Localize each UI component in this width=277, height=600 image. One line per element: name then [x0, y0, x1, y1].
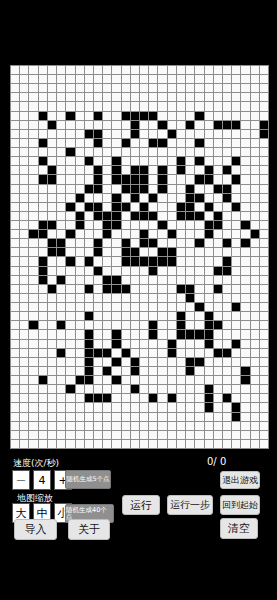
- cell-r20c18[interactable]: [177, 248, 185, 256]
- cell-r14c8[interactable]: [85, 194, 93, 202]
- cell-r6c7[interactable]: [76, 121, 84, 129]
- cell-r20c0[interactable]: [11, 248, 19, 256]
- cell-r31c8[interactable]: [85, 349, 93, 357]
- cell-r24c13[interactable]: [131, 285, 139, 293]
- cell-r6c3[interactable]: [39, 121, 47, 129]
- cell-r12c16[interactable]: [158, 175, 166, 183]
- cell-r24c21[interactable]: [205, 285, 213, 293]
- cell-r33c23[interactable]: [223, 367, 231, 375]
- cell-r33c24[interactable]: [232, 367, 240, 375]
- cell-r36c9[interactable]: [94, 394, 102, 402]
- cell-r28c15[interactable]: [149, 321, 157, 329]
- cell-r22c14[interactable]: [140, 267, 148, 275]
- cell-r31c27[interactable]: [260, 349, 268, 357]
- cell-r17c25[interactable]: [241, 221, 249, 229]
- cell-r26c18[interactable]: [177, 303, 185, 311]
- cell-r22c15[interactable]: [149, 267, 157, 275]
- cell-r32c17[interactable]: [168, 358, 176, 366]
- cell-r1c21[interactable]: [205, 75, 213, 83]
- cell-r31c6[interactable]: [66, 349, 74, 357]
- cell-r6c17[interactable]: [168, 121, 176, 129]
- exit-game-button[interactable]: 退出游戏: [220, 471, 260, 489]
- cell-r24c17[interactable]: [168, 285, 176, 293]
- cell-r39c4[interactable]: [48, 422, 56, 430]
- cell-r25c3[interactable]: [39, 294, 47, 302]
- cell-r17c4[interactable]: [48, 221, 56, 229]
- cell-r4c19[interactable]: [186, 102, 194, 110]
- cell-r19c18[interactable]: [177, 239, 185, 247]
- cell-r37c15[interactable]: [149, 403, 157, 411]
- cell-r27c22[interactable]: [214, 312, 222, 320]
- cell-r36c26[interactable]: [251, 394, 259, 402]
- cell-r35c22[interactable]: [214, 385, 222, 393]
- cell-r40c16[interactable]: [158, 431, 166, 439]
- cell-r18c8[interactable]: [85, 230, 93, 238]
- cell-r35c11[interactable]: [112, 385, 120, 393]
- cell-r37c26[interactable]: [251, 403, 259, 411]
- cell-r8c20[interactable]: [195, 139, 203, 147]
- cell-r1c18[interactable]: [177, 75, 185, 83]
- cell-r13c1[interactable]: [20, 185, 28, 193]
- cell-r24c23[interactable]: [223, 285, 231, 293]
- cell-r5c8[interactable]: [85, 112, 93, 120]
- cell-r34c21[interactable]: [205, 376, 213, 384]
- cell-r24c6[interactable]: [66, 285, 74, 293]
- cell-r34c8[interactable]: [85, 376, 93, 384]
- cell-r24c19[interactable]: [186, 285, 194, 293]
- cell-r4c11[interactable]: [112, 102, 120, 110]
- cell-r25c26[interactable]: [251, 294, 259, 302]
- cell-r35c17[interactable]: [168, 385, 176, 393]
- cell-r16c10[interactable]: [103, 212, 111, 220]
- cell-r25c16[interactable]: [158, 294, 166, 302]
- cell-r23c22[interactable]: [214, 276, 222, 284]
- cell-r19c4[interactable]: [48, 239, 56, 247]
- cell-r38c2[interactable]: [29, 413, 37, 421]
- cell-r31c18[interactable]: [177, 349, 185, 357]
- cell-r14c17[interactable]: [168, 194, 176, 202]
- cell-r4c23[interactable]: [223, 102, 231, 110]
- cell-r3c2[interactable]: [29, 93, 37, 101]
- cell-r30c19[interactable]: [186, 340, 194, 348]
- cell-r2c14[interactable]: [140, 84, 148, 92]
- cell-r18c19[interactable]: [186, 230, 194, 238]
- cell-r17c8[interactable]: [85, 221, 93, 229]
- cell-r12c21[interactable]: [205, 175, 213, 183]
- cell-r22c3[interactable]: [39, 267, 47, 275]
- cell-r6c11[interactable]: [112, 121, 120, 129]
- cell-r2c9[interactable]: [94, 84, 102, 92]
- cell-r18c16[interactable]: [158, 230, 166, 238]
- cell-r40c27[interactable]: [260, 431, 268, 439]
- cell-r23c18[interactable]: [177, 276, 185, 284]
- cell-r23c24[interactable]: [232, 276, 240, 284]
- cell-r25c21[interactable]: [205, 294, 213, 302]
- cell-r11c21[interactable]: [205, 166, 213, 174]
- cell-r11c14[interactable]: [140, 166, 148, 174]
- cell-r34c27[interactable]: [260, 376, 268, 384]
- cell-r28c21[interactable]: [205, 321, 213, 329]
- cell-r3c22[interactable]: [214, 93, 222, 101]
- cell-r24c3[interactable]: [39, 285, 47, 293]
- cell-r27c9[interactable]: [94, 312, 102, 320]
- cell-r7c8[interactable]: [85, 130, 93, 138]
- cell-r15c10[interactable]: [103, 203, 111, 211]
- cell-r15c2[interactable]: [29, 203, 37, 211]
- cell-r16c11[interactable]: [112, 212, 120, 220]
- cell-r2c23[interactable]: [223, 84, 231, 92]
- cell-r0c5[interactable]: [57, 66, 65, 74]
- cell-r27c16[interactable]: [158, 312, 166, 320]
- cell-r25c4[interactable]: [48, 294, 56, 302]
- cell-r27c18[interactable]: [177, 312, 185, 320]
- cell-r32c15[interactable]: [149, 358, 157, 366]
- cell-r29c11[interactable]: [112, 330, 120, 338]
- cell-r28c8[interactable]: [85, 321, 93, 329]
- cell-r1c17[interactable]: [168, 75, 176, 83]
- cell-r21c24[interactable]: [232, 257, 240, 265]
- cell-r35c14[interactable]: [140, 385, 148, 393]
- cell-r18c7[interactable]: [76, 230, 84, 238]
- cell-r9c6[interactable]: [66, 148, 74, 156]
- cell-r12c22[interactable]: [214, 175, 222, 183]
- cell-r17c7[interactable]: [76, 221, 84, 229]
- cell-r38c10[interactable]: [103, 413, 111, 421]
- cell-r27c1[interactable]: [20, 312, 28, 320]
- cell-r29c2[interactable]: [29, 330, 37, 338]
- cell-r4c27[interactable]: [260, 102, 268, 110]
- cell-r7c6[interactable]: [66, 130, 74, 138]
- cell-r34c15[interactable]: [149, 376, 157, 384]
- cell-r4c16[interactable]: [158, 102, 166, 110]
- cell-r9c24[interactable]: [232, 148, 240, 156]
- cell-r35c23[interactable]: [223, 385, 231, 393]
- cell-r28c2[interactable]: [29, 321, 37, 329]
- cell-r39c15[interactable]: [149, 422, 157, 430]
- cell-r27c25[interactable]: [241, 312, 249, 320]
- cell-r16c1[interactable]: [20, 212, 28, 220]
- cell-r23c12[interactable]: [122, 276, 130, 284]
- cell-r39c14[interactable]: [140, 422, 148, 430]
- cell-r20c9[interactable]: [94, 248, 102, 256]
- cell-r8c1[interactable]: [20, 139, 28, 147]
- cell-r34c10[interactable]: [103, 376, 111, 384]
- cell-r15c21[interactable]: [205, 203, 213, 211]
- cell-r0c8[interactable]: [85, 66, 93, 74]
- back-to-start-button[interactable]: 回到起始: [220, 495, 260, 515]
- cell-r10c18[interactable]: [177, 157, 185, 165]
- cell-r39c19[interactable]: [186, 422, 194, 430]
- cell-r9c9[interactable]: [94, 148, 102, 156]
- cell-r1c12[interactable]: [122, 75, 130, 83]
- cell-r5c5[interactable]: [57, 112, 65, 120]
- cell-r17c6[interactable]: [66, 221, 74, 229]
- cell-r6c27[interactable]: [260, 121, 268, 129]
- cell-r34c2[interactable]: [29, 376, 37, 384]
- cell-r25c19[interactable]: [186, 294, 194, 302]
- cell-r20c26[interactable]: [251, 248, 259, 256]
- cell-r12c7[interactable]: [76, 175, 84, 183]
- cell-r4c8[interactable]: [85, 102, 93, 110]
- cell-r20c4[interactable]: [48, 248, 56, 256]
- cell-r36c5[interactable]: [57, 394, 65, 402]
- cell-r19c10[interactable]: [103, 239, 111, 247]
- cell-r33c9[interactable]: [94, 367, 102, 375]
- cell-r17c15[interactable]: [149, 221, 157, 229]
- cell-r10c7[interactable]: [76, 157, 84, 165]
- cell-r23c11[interactable]: [112, 276, 120, 284]
- cell-r32c4[interactable]: [48, 358, 56, 366]
- cell-r9c12[interactable]: [122, 148, 130, 156]
- cell-r0c24[interactable]: [232, 66, 240, 74]
- cell-r3c9[interactable]: [94, 93, 102, 101]
- cell-r27c2[interactable]: [29, 312, 37, 320]
- cell-r34c7[interactable]: [76, 376, 84, 384]
- cell-r35c18[interactable]: [177, 385, 185, 393]
- cell-r26c23[interactable]: [223, 303, 231, 311]
- cell-r37c3[interactable]: [39, 403, 47, 411]
- cell-r19c27[interactable]: [260, 239, 268, 247]
- cell-r1c20[interactable]: [195, 75, 203, 83]
- cell-r11c23[interactable]: [223, 166, 231, 174]
- cell-r9c11[interactable]: [112, 148, 120, 156]
- cell-r8c18[interactable]: [177, 139, 185, 147]
- cell-r10c23[interactable]: [223, 157, 231, 165]
- cell-r39c13[interactable]: [131, 422, 139, 430]
- cell-r38c16[interactable]: [158, 413, 166, 421]
- cell-r21c18[interactable]: [177, 257, 185, 265]
- cell-r31c17[interactable]: [168, 349, 176, 357]
- cell-r5c27[interactable]: [260, 112, 268, 120]
- cell-r5c24[interactable]: [232, 112, 240, 120]
- cell-r0c21[interactable]: [205, 66, 213, 74]
- cell-r13c6[interactable]: [66, 185, 74, 193]
- cell-r31c21[interactable]: [205, 349, 213, 357]
- cell-r35c10[interactable]: [103, 385, 111, 393]
- cell-r3c27[interactable]: [260, 93, 268, 101]
- cell-r29c4[interactable]: [48, 330, 56, 338]
- cell-r30c25[interactable]: [241, 340, 249, 348]
- cell-r38c0[interactable]: [11, 413, 19, 421]
- cell-r0c4[interactable]: [48, 66, 56, 74]
- cell-r22c7[interactable]: [76, 267, 84, 275]
- cell-r4c21[interactable]: [205, 102, 213, 110]
- cell-r13c24[interactable]: [232, 185, 240, 193]
- import-button[interactable]: 导入: [14, 519, 57, 540]
- cell-r2c0[interactable]: [11, 84, 19, 92]
- cell-r15c0[interactable]: [11, 203, 19, 211]
- cell-r32c7[interactable]: [76, 358, 84, 366]
- cell-r15c14[interactable]: [140, 203, 148, 211]
- cell-r28c4[interactable]: [48, 321, 56, 329]
- cell-r40c25[interactable]: [241, 431, 249, 439]
- cell-r7c16[interactable]: [158, 130, 166, 138]
- cell-r17c14[interactable]: [140, 221, 148, 229]
- cell-r33c25[interactable]: [241, 367, 249, 375]
- cell-r28c14[interactable]: [140, 321, 148, 329]
- cell-r24c16[interactable]: [158, 285, 166, 293]
- cell-r11c25[interactable]: [241, 166, 249, 174]
- cell-r24c18[interactable]: [177, 285, 185, 293]
- cell-r9c4[interactable]: [48, 148, 56, 156]
- run-one-step-button[interactable]: 运行一步: [167, 495, 213, 515]
- cell-r30c20[interactable]: [195, 340, 203, 348]
- cell-r5c13[interactable]: [131, 112, 139, 120]
- cell-r19c17[interactable]: [168, 239, 176, 247]
- cell-r29c13[interactable]: [131, 330, 139, 338]
- cell-r7c19[interactable]: [186, 130, 194, 138]
- cell-r24c11[interactable]: [112, 285, 120, 293]
- cell-r1c14[interactable]: [140, 75, 148, 83]
- cell-r36c14[interactable]: [140, 394, 148, 402]
- cell-r6c14[interactable]: [140, 121, 148, 129]
- cell-r17c0[interactable]: [11, 221, 19, 229]
- cell-r26c6[interactable]: [66, 303, 74, 311]
- cell-r6c15[interactable]: [149, 121, 157, 129]
- cell-r7c23[interactable]: [223, 130, 231, 138]
- cell-r1c1[interactable]: [20, 75, 28, 83]
- cell-r23c9[interactable]: [94, 276, 102, 284]
- cell-r23c14[interactable]: [140, 276, 148, 284]
- cell-r20c5[interactable]: [57, 248, 65, 256]
- cell-r13c14[interactable]: [140, 185, 148, 193]
- cell-r37c12[interactable]: [122, 403, 130, 411]
- cell-r40c14[interactable]: [140, 431, 148, 439]
- cell-r10c11[interactable]: [112, 157, 120, 165]
- cell-r17c20[interactable]: [195, 221, 203, 229]
- cell-r14c11[interactable]: [112, 194, 120, 202]
- cell-r41c2[interactable]: [29, 440, 37, 448]
- cell-r19c11[interactable]: [112, 239, 120, 247]
- cell-r33c18[interactable]: [177, 367, 185, 375]
- cell-r30c10[interactable]: [103, 340, 111, 348]
- cell-r21c12[interactable]: [122, 257, 130, 265]
- cell-r23c8[interactable]: [85, 276, 93, 284]
- cell-r15c25[interactable]: [241, 203, 249, 211]
- cell-r38c8[interactable]: [85, 413, 93, 421]
- cell-r6c26[interactable]: [251, 121, 259, 129]
- cell-r19c25[interactable]: [241, 239, 249, 247]
- cell-r33c26[interactable]: [251, 367, 259, 375]
- cell-r2c17[interactable]: [168, 84, 176, 92]
- cell-r31c3[interactable]: [39, 349, 47, 357]
- cell-r32c1[interactable]: [20, 358, 28, 366]
- cell-r31c20[interactable]: [195, 349, 203, 357]
- cell-r15c7[interactable]: [76, 203, 84, 211]
- cell-r24c12[interactable]: [122, 285, 130, 293]
- cell-r12c9[interactable]: [94, 175, 102, 183]
- cell-r30c22[interactable]: [214, 340, 222, 348]
- cell-r14c15[interactable]: [149, 194, 157, 202]
- cell-r2c13[interactable]: [131, 84, 139, 92]
- cell-r40c13[interactable]: [131, 431, 139, 439]
- cell-r21c7[interactable]: [76, 257, 84, 265]
- cell-r25c1[interactable]: [20, 294, 28, 302]
- cell-r37c20[interactable]: [195, 403, 203, 411]
- cell-r28c3[interactable]: [39, 321, 47, 329]
- cell-r23c6[interactable]: [66, 276, 74, 284]
- cell-r30c21[interactable]: [205, 340, 213, 348]
- cell-r5c6[interactable]: [66, 112, 74, 120]
- cell-r26c15[interactable]: [149, 303, 157, 311]
- cell-r12c6[interactable]: [66, 175, 74, 183]
- cell-r3c12[interactable]: [122, 93, 130, 101]
- cell-r32c13[interactable]: [131, 358, 139, 366]
- cell-r29c20[interactable]: [195, 330, 203, 338]
- cell-r38c14[interactable]: [140, 413, 148, 421]
- cell-r26c13[interactable]: [131, 303, 139, 311]
- cell-r8c8[interactable]: [85, 139, 93, 147]
- cell-r31c0[interactable]: [11, 349, 19, 357]
- cell-r35c26[interactable]: [251, 385, 259, 393]
- cell-r2c3[interactable]: [39, 84, 47, 92]
- cell-r11c16[interactable]: [158, 166, 166, 174]
- cell-r30c27[interactable]: [260, 340, 268, 348]
- cell-r16c18[interactable]: [177, 212, 185, 220]
- cell-r12c11[interactable]: [112, 175, 120, 183]
- cell-r26c27[interactable]: [260, 303, 268, 311]
- cell-r15c24[interactable]: [232, 203, 240, 211]
- cell-r0c13[interactable]: [131, 66, 139, 74]
- cell-r39c0[interactable]: [11, 422, 19, 430]
- cell-r13c8[interactable]: [85, 185, 93, 193]
- cell-r34c20[interactable]: [195, 376, 203, 384]
- cell-r0c0[interactable]: [11, 66, 19, 74]
- cell-r36c18[interactable]: [177, 394, 185, 402]
- cell-r16c25[interactable]: [241, 212, 249, 220]
- cell-r34c1[interactable]: [20, 376, 28, 384]
- cell-r41c12[interactable]: [122, 440, 130, 448]
- cell-r18c21[interactable]: [205, 230, 213, 238]
- cell-r21c6[interactable]: [66, 257, 74, 265]
- cell-r14c19[interactable]: [186, 194, 194, 202]
- cell-r37c23[interactable]: [223, 403, 231, 411]
- cell-r36c0[interactable]: [11, 394, 19, 402]
- cell-r21c4[interactable]: [48, 257, 56, 265]
- cell-r36c19[interactable]: [186, 394, 194, 402]
- cell-r24c7[interactable]: [76, 285, 84, 293]
- cell-r12c2[interactable]: [29, 175, 37, 183]
- cell-r12c12[interactable]: [122, 175, 130, 183]
- cell-r23c27[interactable]: [260, 276, 268, 284]
- cell-r18c23[interactable]: [223, 230, 231, 238]
- cell-r13c21[interactable]: [205, 185, 213, 193]
- cell-r5c15[interactable]: [149, 112, 157, 120]
- cell-r34c18[interactable]: [177, 376, 185, 384]
- cell-r2c16[interactable]: [158, 84, 166, 92]
- cell-r21c19[interactable]: [186, 257, 194, 265]
- cell-r26c19[interactable]: [186, 303, 194, 311]
- cell-r12c0[interactable]: [11, 175, 19, 183]
- cell-r14c21[interactable]: [205, 194, 213, 202]
- cell-r36c16[interactable]: [158, 394, 166, 402]
- cell-r16c13[interactable]: [131, 212, 139, 220]
- cell-r30c0[interactable]: [11, 340, 19, 348]
- cell-r13c4[interactable]: [48, 185, 56, 193]
- cell-r32c25[interactable]: [241, 358, 249, 366]
- cell-r40c26[interactable]: [251, 431, 259, 439]
- cell-r14c9[interactable]: [94, 194, 102, 202]
- cell-r40c21[interactable]: [205, 431, 213, 439]
- cell-r23c20[interactable]: [195, 276, 203, 284]
- cell-r13c17[interactable]: [168, 185, 176, 193]
- cell-r38c21[interactable]: [205, 413, 213, 421]
- cell-r6c24[interactable]: [232, 121, 240, 129]
- cell-r14c14[interactable]: [140, 194, 148, 202]
- cell-r24c26[interactable]: [251, 285, 259, 293]
- cell-r17c12[interactable]: [122, 221, 130, 229]
- cell-r36c1[interactable]: [20, 394, 28, 402]
